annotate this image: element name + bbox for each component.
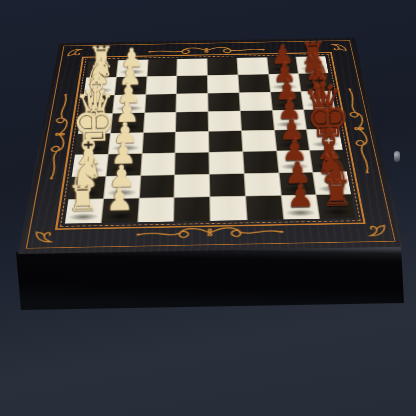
piece-black-rook[interactable]: ♜ [315, 174, 358, 213]
corner-scroll-icon [364, 222, 390, 238]
flourish-ornament-top [143, 44, 270, 56]
clasp-hinge-icon [394, 151, 400, 162]
chess-board: ♜♟♟♜♞♟♟♞♝♟♟♝♛♟♟♛♚♟♟♚♝♟♟♝♞♟♟♞♜♟♟♜ [17, 37, 403, 253]
scene: ♜♟♟♜♞♟♟♞♝♟♟♝♛♟♟♛♚♟♟♚♝♟♟♝♞♟♟♞♜♟♟♜ [0, 0, 416, 416]
piece-white-pawn[interactable]: ♟ [97, 183, 140, 217]
corner-scroll-icon [30, 229, 55, 245]
flourish-ornament-bottom [130, 223, 290, 242]
